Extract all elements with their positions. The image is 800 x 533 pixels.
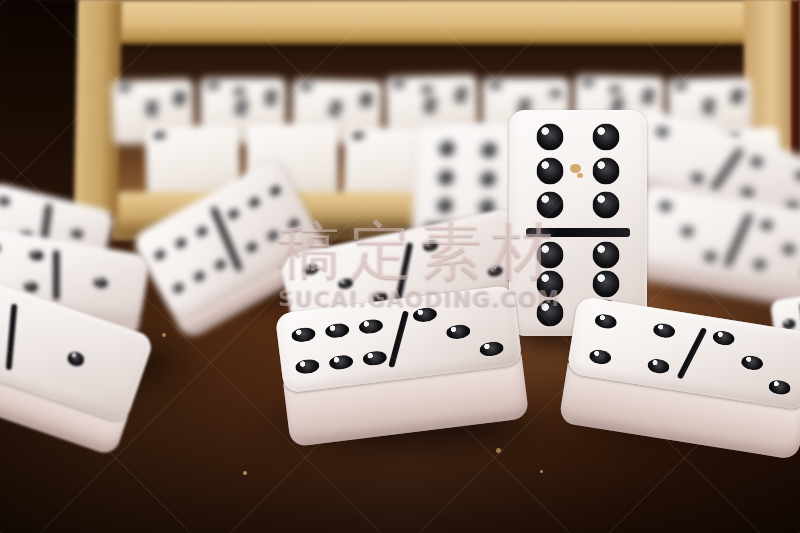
scene-layer bbox=[0, 0, 800, 533]
tile-pip-mark bbox=[327, 108, 341, 117]
pip bbox=[328, 354, 354, 371]
box-top-board bbox=[76, 0, 800, 44]
pip bbox=[0, 195, 10, 207]
domino-half-3 bbox=[394, 285, 523, 379]
pip bbox=[70, 228, 84, 240]
tile-pip-mark bbox=[152, 130, 166, 139]
pip bbox=[247, 196, 261, 209]
tile-pip-mark bbox=[519, 99, 532, 107]
tile-pip-mark bbox=[361, 92, 374, 100]
pip bbox=[592, 123, 619, 150]
pip bbox=[592, 241, 619, 268]
tile-pip-mark bbox=[581, 78, 595, 87]
tile-pip-mark bbox=[701, 106, 715, 115]
pip bbox=[537, 271, 564, 298]
pip bbox=[652, 322, 676, 339]
tile-pip-mark bbox=[330, 101, 344, 109]
pip bbox=[795, 169, 800, 182]
pip bbox=[480, 171, 496, 187]
pip bbox=[487, 265, 504, 278]
pip bbox=[740, 354, 764, 371]
pip bbox=[172, 281, 186, 294]
pip bbox=[192, 270, 206, 283]
tile-pip-mark bbox=[730, 96, 743, 103]
pip bbox=[295, 358, 321, 375]
stain-speck bbox=[570, 164, 581, 173]
tile-pip-mark bbox=[643, 88, 656, 96]
pip bbox=[439, 140, 455, 156]
pip bbox=[749, 155, 763, 168]
pip bbox=[479, 340, 505, 357]
pip bbox=[337, 277, 354, 290]
tile-pip-mark bbox=[117, 83, 131, 92]
pip bbox=[286, 218, 300, 231]
pip bbox=[438, 169, 454, 185]
tile-pip-mark bbox=[612, 97, 626, 105]
tile-pip-mark bbox=[144, 108, 158, 117]
pip bbox=[302, 263, 319, 276]
crumb-speck bbox=[540, 470, 543, 473]
pip bbox=[153, 248, 167, 261]
pip bbox=[268, 184, 282, 197]
crumb-speck bbox=[496, 448, 501, 453]
pip bbox=[194, 225, 208, 238]
pip bbox=[690, 171, 704, 184]
domino-divider bbox=[526, 228, 631, 237]
pip bbox=[646, 357, 670, 374]
domino-6-3-foreground bbox=[275, 285, 530, 447]
tile-pip-mark bbox=[424, 98, 437, 105]
tile-pip-mark bbox=[146, 101, 159, 108]
tile-pip-mark bbox=[174, 90, 188, 98]
pip bbox=[592, 271, 619, 298]
pip bbox=[23, 281, 39, 293]
tile-pip-mark bbox=[455, 86, 469, 94]
domino-4-3-foreground bbox=[558, 296, 800, 460]
pip bbox=[753, 258, 767, 270]
tile-pip-mark bbox=[609, 85, 622, 93]
tile-pip-mark bbox=[392, 80, 406, 89]
tile-pip-mark bbox=[422, 105, 436, 114]
tile-pip-mark bbox=[674, 81, 688, 90]
tile-pip-mark bbox=[232, 87, 246, 95]
pip bbox=[760, 219, 774, 231]
stain-speck bbox=[577, 173, 583, 178]
tile-pip-mark bbox=[731, 88, 745, 96]
tile-pip-mark bbox=[420, 85, 434, 93]
pip bbox=[592, 158, 619, 185]
crumb-speck bbox=[243, 471, 247, 475]
pip bbox=[213, 259, 227, 272]
pip bbox=[412, 307, 438, 324]
pip bbox=[362, 350, 388, 367]
pip bbox=[358, 318, 384, 335]
pip bbox=[658, 200, 672, 212]
pip bbox=[782, 243, 796, 255]
pip bbox=[655, 125, 669, 138]
tile-pip-mark bbox=[359, 100, 372, 108]
pip bbox=[592, 192, 619, 219]
pip bbox=[594, 313, 618, 330]
pip bbox=[445, 323, 471, 340]
pip bbox=[66, 350, 87, 369]
domino-half-6 bbox=[275, 299, 404, 393]
pip bbox=[740, 186, 754, 199]
pip bbox=[266, 229, 280, 242]
tile-pip-mark bbox=[264, 98, 277, 105]
tile-pip-mark bbox=[206, 81, 220, 90]
tile-pip-mark bbox=[299, 82, 313, 91]
pip bbox=[93, 277, 109, 289]
pip bbox=[437, 198, 453, 214]
crumb-speck bbox=[162, 333, 166, 337]
pip bbox=[537, 158, 564, 185]
pip bbox=[537, 192, 564, 219]
tile-pip-mark bbox=[489, 81, 503, 90]
pip bbox=[174, 236, 188, 249]
pip bbox=[481, 142, 497, 158]
pip bbox=[537, 300, 564, 327]
tile-pip-mark bbox=[352, 131, 366, 140]
pip bbox=[681, 225, 695, 237]
pip bbox=[245, 241, 259, 254]
tile-pip-mark bbox=[454, 95, 467, 102]
pip bbox=[0, 242, 1, 254]
tile-pip-mark bbox=[549, 89, 562, 97]
tile-pip-mark bbox=[236, 99, 249, 107]
domino-divider bbox=[53, 250, 59, 300]
pip bbox=[589, 348, 613, 365]
pip bbox=[28, 249, 44, 261]
tile-pip-mark bbox=[641, 96, 654, 104]
dominoes-photo: 稿定素材 SUCAI.GAODING.COM bbox=[0, 0, 800, 533]
pip bbox=[537, 123, 564, 150]
tile-pip-mark bbox=[703, 99, 716, 106]
pip bbox=[324, 322, 350, 339]
tile-pip-mark bbox=[172, 98, 185, 105]
pip bbox=[537, 241, 564, 268]
pip bbox=[768, 379, 792, 396]
pip bbox=[227, 207, 241, 220]
pip bbox=[703, 250, 717, 262]
pip bbox=[422, 240, 439, 253]
pip bbox=[712, 329, 736, 346]
pip bbox=[291, 326, 317, 343]
tile-pip-mark bbox=[234, 107, 248, 116]
tile-pip-mark bbox=[265, 89, 278, 97]
